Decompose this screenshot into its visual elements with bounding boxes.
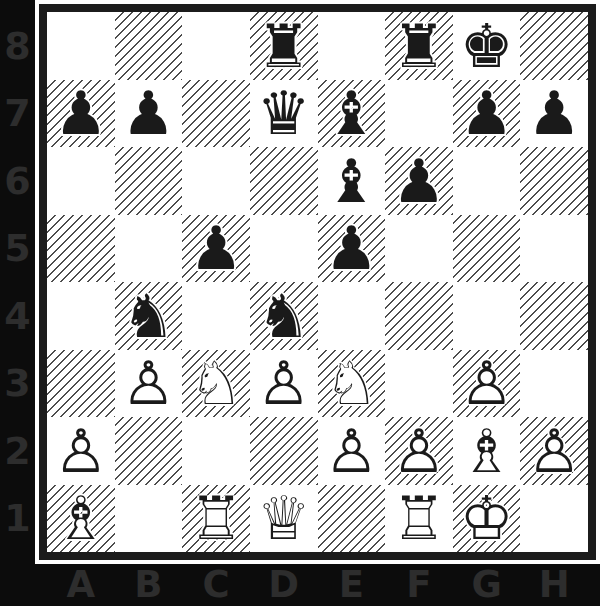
piece-bq-d7[interactable]: ♛	[250, 80, 318, 148]
square-b2[interactable]	[115, 417, 183, 485]
square-e5[interactable]: ♟	[318, 215, 386, 283]
piece-wp-h2[interactable]: ♟♙	[520, 417, 588, 485]
square-d5[interactable]	[250, 215, 318, 283]
chess-diagram: 87654321 ♜♜♚♟♟♛♝♟♟♝♟♟♟♞♞♟♙♞♘♟♙♞♘♟♙♟♙♟♙♟♙…	[0, 0, 600, 606]
square-g3[interactable]: ♟♙	[453, 350, 521, 418]
piece-bb-e7[interactable]: ♝	[318, 80, 386, 148]
glyph-bp: ♟	[54, 83, 108, 143]
piece-wp-d3[interactable]: ♟♙	[250, 350, 318, 418]
piece-wk-g1[interactable]: ♚♔	[453, 485, 521, 553]
glyph-bp: ♟	[189, 218, 243, 278]
rank-label-2: 2	[0, 417, 35, 485]
square-g4[interactable]	[453, 282, 521, 350]
rank-label-5: 5	[0, 215, 35, 283]
square-a2[interactable]: ♟♙	[47, 417, 115, 485]
square-a3[interactable]	[47, 350, 115, 418]
square-e8[interactable]	[318, 12, 386, 80]
file-label-e: E	[318, 562, 386, 606]
piece-wp-g3[interactable]: ♟♙	[453, 350, 521, 418]
square-b3[interactable]: ♟♙	[115, 350, 183, 418]
square-d8[interactable]: ♜	[250, 12, 318, 80]
square-a6[interactable]	[47, 147, 115, 215]
square-h5[interactable]	[520, 215, 588, 283]
square-c5[interactable]: ♟	[182, 215, 250, 283]
piece-bb-e6[interactable]: ♝	[318, 147, 386, 215]
square-e6[interactable]: ♝	[318, 147, 386, 215]
glyph-wn: ♘	[324, 353, 378, 413]
piece-bp-f6[interactable]: ♟	[385, 147, 453, 215]
glyph-bp: ♟	[460, 83, 514, 143]
square-f7[interactable]	[385, 80, 453, 148]
piece-bn-d4[interactable]: ♞	[250, 282, 318, 350]
square-h6[interactable]	[520, 147, 588, 215]
square-e7[interactable]: ♝	[318, 80, 386, 148]
square-b1[interactable]	[115, 485, 183, 553]
square-g5[interactable]	[453, 215, 521, 283]
piece-wp-b3[interactable]: ♟♙	[115, 350, 183, 418]
square-h7[interactable]: ♟	[520, 80, 588, 148]
square-c6[interactable]	[182, 147, 250, 215]
square-g1[interactable]: ♚♔	[453, 485, 521, 553]
square-h8[interactable]	[520, 12, 588, 80]
piece-wb-a1[interactable]: ♝♗	[47, 485, 115, 553]
square-d1[interactable]: ♛♕	[250, 485, 318, 553]
piece-wn-e3[interactable]: ♞♘	[318, 350, 386, 418]
glyph-bp: ♟	[392, 151, 446, 211]
glyph-wb: ♗	[54, 488, 108, 548]
glyph-wq: ♕	[257, 488, 311, 548]
piece-br-d8[interactable]: ♜	[250, 12, 318, 80]
square-f5[interactable]	[385, 215, 453, 283]
square-f4[interactable]	[385, 282, 453, 350]
square-b6[interactable]	[115, 147, 183, 215]
glyph-bn: ♞	[257, 286, 311, 346]
glyph-wp: ♙	[460, 353, 514, 413]
rank-label-3: 3	[0, 350, 35, 418]
square-c8[interactable]	[182, 12, 250, 80]
file-label-b: B	[115, 562, 183, 606]
glyph-bb: ♝	[324, 151, 378, 211]
piece-wr-c1[interactable]: ♜♖	[182, 485, 250, 553]
piece-bp-h7[interactable]: ♟	[520, 80, 588, 148]
square-a5[interactable]	[47, 215, 115, 283]
piece-wr-f1[interactable]: ♜♖	[385, 485, 453, 553]
rank-label-1: 1	[0, 485, 35, 553]
piece-bp-e5[interactable]: ♟	[318, 215, 386, 283]
square-h2[interactable]: ♟♙	[520, 417, 588, 485]
piece-wb-g2[interactable]: ♝♗	[453, 417, 521, 485]
piece-bn-b4[interactable]: ♞	[115, 282, 183, 350]
piece-bp-a7[interactable]: ♟	[47, 80, 115, 148]
square-c3[interactable]: ♞♘	[182, 350, 250, 418]
glyph-bn: ♞	[122, 286, 176, 346]
glyph-wp: ♙	[122, 353, 176, 413]
file-label-f: F	[385, 562, 453, 606]
square-c1[interactable]: ♜♖	[182, 485, 250, 553]
file-labels: ABCDEFGH	[47, 562, 588, 606]
square-e2[interactable]: ♟♙	[318, 417, 386, 485]
square-e1[interactable]	[318, 485, 386, 553]
square-c2[interactable]	[182, 417, 250, 485]
square-g2[interactable]: ♝♗	[453, 417, 521, 485]
piece-wp-a2[interactable]: ♟♙	[47, 417, 115, 485]
rank-label-4: 4	[0, 282, 35, 350]
glyph-wr: ♖	[392, 488, 446, 548]
square-c7[interactable]	[182, 80, 250, 148]
glyph-wp: ♙	[54, 421, 108, 481]
glyph-wp: ♙	[527, 421, 581, 481]
glyph-bp: ♟	[527, 83, 581, 143]
square-g8[interactable]: ♚	[453, 12, 521, 80]
square-d4[interactable]: ♞	[250, 282, 318, 350]
glyph-bp: ♟	[122, 83, 176, 143]
square-f1[interactable]: ♜♖	[385, 485, 453, 553]
file-label-a: A	[47, 562, 115, 606]
square-b5[interactable]	[115, 215, 183, 283]
square-b8[interactable]	[115, 12, 183, 80]
piece-wp-e2[interactable]: ♟♙	[318, 417, 386, 485]
glyph-wp: ♙	[392, 421, 446, 481]
rank-label-7: 7	[0, 80, 35, 148]
file-label-c: C	[182, 562, 250, 606]
square-d6[interactable]	[250, 147, 318, 215]
glyph-wp: ♙	[257, 353, 311, 413]
file-label-g: G	[453, 562, 521, 606]
rank-labels: 87654321	[0, 12, 35, 552]
square-a7[interactable]: ♟	[47, 80, 115, 148]
square-f2[interactable]: ♟♙	[385, 417, 453, 485]
glyph-bp: ♟	[324, 218, 378, 278]
glyph-wb: ♗	[460, 421, 514, 481]
piece-wp-f2[interactable]: ♟♙	[385, 417, 453, 485]
square-c4[interactable]	[182, 282, 250, 350]
piece-bp-g7[interactable]: ♟	[453, 80, 521, 148]
board-border: ♜♜♚♟♟♛♝♟♟♝♟♟♟♞♞♟♙♞♘♟♙♞♘♟♙♟♙♟♙♟♙♝♗♟♙♝♗♜♖♛…	[39, 4, 596, 560]
rank-label-8: 8	[0, 12, 35, 80]
square-e4[interactable]	[318, 282, 386, 350]
piece-bp-b7[interactable]: ♟	[115, 80, 183, 148]
glyph-bk: ♚	[460, 16, 514, 76]
piece-wn-c3[interactable]: ♞♘	[182, 350, 250, 418]
square-d7[interactable]: ♛	[250, 80, 318, 148]
glyph-wr: ♖	[189, 488, 243, 548]
file-label-d: D	[250, 562, 318, 606]
piece-bk-g8[interactable]: ♚	[453, 12, 521, 80]
chess-board: ♜♜♚♟♟♛♝♟♟♝♟♟♟♞♞♟♙♞♘♟♙♞♘♟♙♟♙♟♙♟♙♝♗♟♙♝♗♜♖♛…	[47, 12, 588, 552]
square-h3[interactable]	[520, 350, 588, 418]
glyph-bq: ♛	[257, 83, 311, 143]
rank-label-6: 6	[0, 147, 35, 215]
square-a8[interactable]	[47, 12, 115, 80]
glyph-bb: ♝	[324, 83, 378, 143]
square-a4[interactable]	[47, 282, 115, 350]
piece-bp-c5[interactable]: ♟	[182, 215, 250, 283]
square-h1[interactable]	[520, 485, 588, 553]
square-f3[interactable]	[385, 350, 453, 418]
square-d2[interactable]	[250, 417, 318, 485]
glyph-wk: ♔	[460, 488, 514, 548]
square-e3[interactable]: ♞♘	[318, 350, 386, 418]
piece-wq-d1[interactable]: ♛♕	[250, 485, 318, 553]
square-h4[interactable]	[520, 282, 588, 350]
square-b4[interactable]: ♞	[115, 282, 183, 350]
file-label-h: H	[520, 562, 588, 606]
square-g7[interactable]: ♟	[453, 80, 521, 148]
square-f8[interactable]: ♜	[385, 12, 453, 80]
glyph-br: ♜	[257, 16, 311, 76]
square-g6[interactable]	[453, 147, 521, 215]
square-b7[interactable]: ♟	[115, 80, 183, 148]
glyph-br: ♜	[392, 16, 446, 76]
square-a1[interactable]: ♝♗	[47, 485, 115, 553]
board-frame: ♜♜♚♟♟♛♝♟♟♝♟♟♟♞♞♟♙♞♘♟♙♞♘♟♙♟♙♟♙♟♙♝♗♟♙♝♗♜♖♛…	[35, 0, 600, 564]
piece-br-f8[interactable]: ♜	[385, 12, 453, 80]
glyph-wp: ♙	[324, 421, 378, 481]
glyph-wn: ♘	[189, 353, 243, 413]
square-d3[interactable]: ♟♙	[250, 350, 318, 418]
square-f6[interactable]: ♟	[385, 147, 453, 215]
